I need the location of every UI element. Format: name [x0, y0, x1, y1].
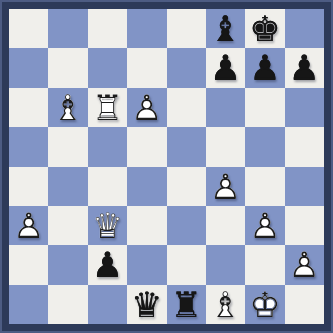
- square-b2[interactable]: [48, 245, 87, 284]
- square-f8[interactable]: ♝♗: [206, 9, 245, 48]
- square-b3[interactable]: [48, 206, 87, 245]
- square-c2[interactable]: ♟♙: [88, 245, 127, 284]
- square-c7[interactable]: [88, 48, 127, 87]
- white-queen-outline: ♕: [88, 206, 127, 245]
- square-g1[interactable]: ♚♔: [245, 285, 284, 324]
- square-b8[interactable]: [48, 9, 87, 48]
- black-pawn-outline: ♙: [88, 245, 127, 284]
- square-f5[interactable]: [206, 127, 245, 166]
- square-c1[interactable]: [88, 285, 127, 324]
- white-pawn-outline: ♙: [285, 245, 324, 284]
- square-b7[interactable]: [48, 48, 87, 87]
- square-g2[interactable]: [245, 245, 284, 284]
- white-rook-outline: ♖: [88, 88, 127, 127]
- black-bishop-outline: ♗: [206, 9, 245, 48]
- piece-white-pawn[interactable]: ♟♙: [285, 245, 324, 284]
- piece-black-queen[interactable]: ♛♕: [127, 285, 166, 324]
- square-a4[interactable]: [9, 167, 48, 206]
- square-e8[interactable]: [167, 9, 206, 48]
- square-f2[interactable]: [206, 245, 245, 284]
- square-f1[interactable]: ♝♗: [206, 285, 245, 324]
- square-e2[interactable]: [167, 245, 206, 284]
- piece-black-pawn[interactable]: ♟♙: [245, 48, 284, 87]
- square-g6[interactable]: [245, 88, 284, 127]
- white-pawn-outline: ♙: [127, 88, 166, 127]
- piece-black-pawn[interactable]: ♟♙: [88, 245, 127, 284]
- square-d6[interactable]: ♟♙: [127, 88, 166, 127]
- square-b6[interactable]: ♝♗: [48, 88, 87, 127]
- square-a7[interactable]: [9, 48, 48, 87]
- square-h1[interactable]: [285, 285, 324, 324]
- square-c8[interactable]: [88, 9, 127, 48]
- square-f6[interactable]: [206, 88, 245, 127]
- square-d8[interactable]: [127, 9, 166, 48]
- square-g4[interactable]: [245, 167, 284, 206]
- square-h3[interactable]: [285, 206, 324, 245]
- square-a1[interactable]: [9, 285, 48, 324]
- black-pawn-outline: ♙: [285, 48, 324, 87]
- piece-white-bishop[interactable]: ♝♗: [206, 285, 245, 324]
- square-c5[interactable]: [88, 127, 127, 166]
- square-a6[interactable]: [9, 88, 48, 127]
- white-pawn-outline: ♙: [9, 206, 48, 245]
- square-a3[interactable]: ♟♙: [9, 206, 48, 245]
- square-g3[interactable]: ♟♙: [245, 206, 284, 245]
- square-g8[interactable]: ♚♔: [245, 9, 284, 48]
- square-b4[interactable]: [48, 167, 87, 206]
- white-pawn-outline: ♙: [206, 167, 245, 206]
- square-c4[interactable]: [88, 167, 127, 206]
- piece-white-pawn[interactable]: ♟♙: [9, 206, 48, 245]
- black-king-outline: ♔: [245, 9, 284, 48]
- board-frame: ♝♗♚♔♟♙♟♙♟♙♝♗♜♖♟♙♟♙♟♙♛♕♟♙♟♙♟♙♛♕♜♖♝♗♚♔: [0, 0, 333, 333]
- square-c3[interactable]: ♛♕: [88, 206, 127, 245]
- piece-white-pawn[interactable]: ♟♙: [206, 167, 245, 206]
- square-e3[interactable]: [167, 206, 206, 245]
- square-h8[interactable]: [285, 9, 324, 48]
- square-d7[interactable]: [127, 48, 166, 87]
- piece-black-rook[interactable]: ♜♖: [167, 285, 206, 324]
- black-pawn-outline: ♙: [245, 48, 284, 87]
- square-g5[interactable]: [245, 127, 284, 166]
- square-h6[interactable]: [285, 88, 324, 127]
- piece-white-pawn[interactable]: ♟♙: [127, 88, 166, 127]
- piece-black-pawn[interactable]: ♟♙: [285, 48, 324, 87]
- piece-black-bishop[interactable]: ♝♗: [206, 9, 245, 48]
- square-a2[interactable]: [9, 245, 48, 284]
- piece-white-king[interactable]: ♚♔: [245, 285, 284, 324]
- square-d4[interactable]: [127, 167, 166, 206]
- piece-white-bishop[interactable]: ♝♗: [48, 88, 87, 127]
- chess-board: ♝♗♚♔♟♙♟♙♟♙♝♗♜♖♟♙♟♙♟♙♛♕♟♙♟♙♟♙♛♕♜♖♝♗♚♔: [9, 9, 324, 324]
- black-queen-outline: ♕: [127, 285, 166, 324]
- square-e5[interactable]: [167, 127, 206, 166]
- piece-white-pawn[interactable]: ♟♙: [245, 206, 284, 245]
- square-e7[interactable]: [167, 48, 206, 87]
- white-bishop-outline: ♗: [206, 285, 245, 324]
- square-h7[interactable]: ♟♙: [285, 48, 324, 87]
- piece-black-pawn[interactable]: ♟♙: [206, 48, 245, 87]
- square-d2[interactable]: [127, 245, 166, 284]
- square-f7[interactable]: ♟♙: [206, 48, 245, 87]
- square-e4[interactable]: [167, 167, 206, 206]
- black-pawn-outline: ♙: [206, 48, 245, 87]
- square-f3[interactable]: [206, 206, 245, 245]
- square-h4[interactable]: [285, 167, 324, 206]
- square-b5[interactable]: [48, 127, 87, 166]
- square-f4[interactable]: ♟♙: [206, 167, 245, 206]
- piece-white-queen[interactable]: ♛♕: [88, 206, 127, 245]
- square-a5[interactable]: [9, 127, 48, 166]
- white-bishop-outline: ♗: [48, 88, 87, 127]
- square-b1[interactable]: [48, 285, 87, 324]
- square-g7[interactable]: ♟♙: [245, 48, 284, 87]
- square-c6[interactable]: ♜♖: [88, 88, 127, 127]
- white-pawn-outline: ♙: [245, 206, 284, 245]
- square-h5[interactable]: [285, 127, 324, 166]
- square-a8[interactable]: [9, 9, 48, 48]
- square-e6[interactable]: [167, 88, 206, 127]
- square-d5[interactable]: [127, 127, 166, 166]
- square-d3[interactable]: [127, 206, 166, 245]
- piece-white-rook[interactable]: ♜♖: [88, 88, 127, 127]
- white-king-outline: ♔: [245, 285, 284, 324]
- square-d1[interactable]: ♛♕: [127, 285, 166, 324]
- black-rook-outline: ♖: [167, 285, 206, 324]
- piece-black-king[interactable]: ♚♔: [245, 9, 284, 48]
- square-e1[interactable]: ♜♖: [167, 285, 206, 324]
- square-h2[interactable]: ♟♙: [285, 245, 324, 284]
